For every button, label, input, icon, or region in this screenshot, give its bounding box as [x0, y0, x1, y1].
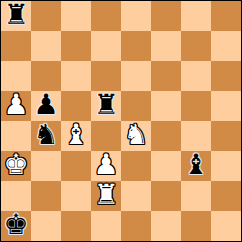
- square-d3[interactable]: ♟: [91, 151, 121, 181]
- square-h2[interactable]: [211, 181, 241, 211]
- square-a2[interactable]: [1, 181, 31, 211]
- square-e5[interactable]: [121, 91, 151, 121]
- square-d8[interactable]: [91, 1, 121, 31]
- square-f5[interactable]: [151, 91, 181, 121]
- square-f2[interactable]: [151, 181, 181, 211]
- square-c5[interactable]: [61, 91, 91, 121]
- square-e7[interactable]: [121, 31, 151, 61]
- square-h4[interactable]: [211, 121, 241, 151]
- square-g8[interactable]: [181, 1, 211, 31]
- square-h6[interactable]: [211, 61, 241, 91]
- square-d7[interactable]: [91, 31, 121, 61]
- square-a4[interactable]: [1, 121, 31, 151]
- square-c4[interactable]: ♝: [61, 121, 91, 151]
- square-b1[interactable]: [31, 211, 61, 241]
- square-f6[interactable]: [151, 61, 181, 91]
- black-bishop: ♝: [183, 151, 208, 180]
- square-f8[interactable]: [151, 1, 181, 31]
- square-h3[interactable]: [211, 151, 241, 181]
- square-f1[interactable]: [151, 211, 181, 241]
- square-h5[interactable]: [211, 91, 241, 121]
- white-pawn: ♟: [93, 151, 118, 180]
- square-g7[interactable]: [181, 31, 211, 61]
- square-b7[interactable]: [31, 31, 61, 61]
- square-a7[interactable]: [1, 31, 31, 61]
- square-c7[interactable]: [61, 31, 91, 61]
- black-knight: ♞: [33, 121, 58, 150]
- square-d2[interactable]: ♜: [91, 181, 121, 211]
- square-b5[interactable]: ♟: [31, 91, 61, 121]
- square-h8[interactable]: [211, 1, 241, 31]
- square-f7[interactable]: [151, 31, 181, 61]
- square-b6[interactable]: [31, 61, 61, 91]
- black-rook: ♜: [3, 1, 28, 30]
- square-g6[interactable]: [181, 61, 211, 91]
- square-c6[interactable]: [61, 61, 91, 91]
- square-e6[interactable]: [121, 61, 151, 91]
- square-c2[interactable]: [61, 181, 91, 211]
- square-h1[interactable]: [211, 211, 241, 241]
- square-g4[interactable]: [181, 121, 211, 151]
- square-g2[interactable]: [181, 181, 211, 211]
- square-a8[interactable]: ♜: [1, 1, 31, 31]
- white-pawn: ♟: [3, 91, 28, 120]
- square-h7[interactable]: [211, 31, 241, 61]
- square-f4[interactable]: [151, 121, 181, 151]
- square-a3[interactable]: ♚: [1, 151, 31, 181]
- square-a6[interactable]: [1, 61, 31, 91]
- square-g1[interactable]: [181, 211, 211, 241]
- square-d4[interactable]: [91, 121, 121, 151]
- square-b2[interactable]: [31, 181, 61, 211]
- square-c8[interactable]: [61, 1, 91, 31]
- white-knight: ♞: [123, 121, 148, 150]
- square-b8[interactable]: [31, 1, 61, 31]
- square-c1[interactable]: [61, 211, 91, 241]
- square-e1[interactable]: [121, 211, 151, 241]
- white-rook: ♜: [93, 181, 118, 210]
- square-b3[interactable]: [31, 151, 61, 181]
- chess-board: ♜♟♟♜♞♝♞♚♟♝♜♚: [0, 0, 242, 242]
- square-f3[interactable]: [151, 151, 181, 181]
- white-bishop: ♝: [63, 121, 88, 150]
- square-g3[interactable]: ♝: [181, 151, 211, 181]
- black-pawn: ♟: [33, 91, 58, 120]
- square-a5[interactable]: ♟: [1, 91, 31, 121]
- white-king: ♚: [3, 151, 28, 180]
- black-rook: ♜: [93, 91, 118, 120]
- black-king: ♚: [3, 211, 28, 240]
- square-d6[interactable]: [91, 61, 121, 91]
- square-e8[interactable]: [121, 1, 151, 31]
- square-g5[interactable]: [181, 91, 211, 121]
- square-d1[interactable]: [91, 211, 121, 241]
- square-a1[interactable]: ♚: [1, 211, 31, 241]
- square-b4[interactable]: ♞: [31, 121, 61, 151]
- square-d5[interactable]: ♜: [91, 91, 121, 121]
- square-e4[interactable]: ♞: [121, 121, 151, 151]
- square-c3[interactable]: [61, 151, 91, 181]
- square-e2[interactable]: [121, 181, 151, 211]
- square-e3[interactable]: [121, 151, 151, 181]
